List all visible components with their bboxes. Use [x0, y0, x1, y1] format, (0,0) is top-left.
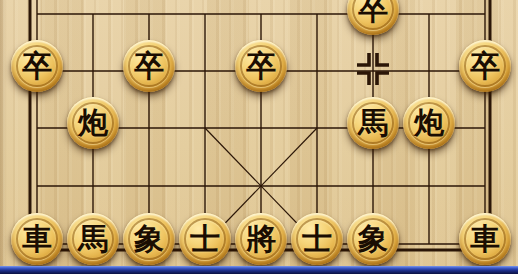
piece-advisor[interactable]: 士 — [179, 213, 231, 265]
piece-cannon[interactable]: 炮 — [67, 97, 119, 149]
piece-character: 炮 — [78, 108, 108, 138]
piece-character: 卒 — [22, 51, 52, 81]
piece-chariot[interactable]: 車 — [11, 213, 63, 265]
piece-character: 卒 — [134, 51, 164, 81]
piece-character: 將 — [246, 224, 276, 254]
piece-character: 馬 — [78, 224, 108, 254]
xiangqi-app-window: 卒卒卒卒卒炮馬炮車馬象士將士象車 — [0, 0, 518, 274]
piece-character: 卒 — [470, 51, 500, 81]
piece-horse[interactable]: 馬 — [67, 213, 119, 265]
piece-character: 象 — [134, 224, 164, 254]
piece-character: 象 — [358, 224, 388, 254]
piece-soldier[interactable]: 卒 — [459, 40, 511, 92]
piece-character: 車 — [470, 224, 500, 254]
piece-soldier[interactable]: 卒 — [235, 40, 287, 92]
piece-character: 卒 — [358, 0, 388, 24]
last-move-origin-cross — [355, 51, 391, 91]
piece-character: 炮 — [414, 108, 444, 138]
piece-chariot[interactable]: 車 — [459, 213, 511, 265]
piece-horse[interactable]: 馬 — [347, 97, 399, 149]
piece-soldier[interactable]: 卒 — [11, 40, 63, 92]
piece-elephant[interactable]: 象 — [123, 213, 175, 265]
piece-character: 卒 — [246, 51, 276, 81]
piece-elephant[interactable]: 象 — [347, 213, 399, 265]
piece-advisor[interactable]: 士 — [291, 213, 343, 265]
piece-character: 馬 — [358, 108, 388, 138]
piece-general[interactable]: 將 — [235, 213, 287, 265]
piece-character: 士 — [302, 224, 332, 254]
piece-character: 士 — [190, 224, 220, 254]
piece-soldier[interactable]: 卒 — [123, 40, 175, 92]
xiangqi-board[interactable]: 卒卒卒卒卒炮馬炮車馬象士將士象車 — [0, 0, 518, 266]
window-bottom-edge — [0, 266, 518, 274]
piece-cannon[interactable]: 炮 — [403, 97, 455, 149]
piece-character: 車 — [22, 224, 52, 254]
